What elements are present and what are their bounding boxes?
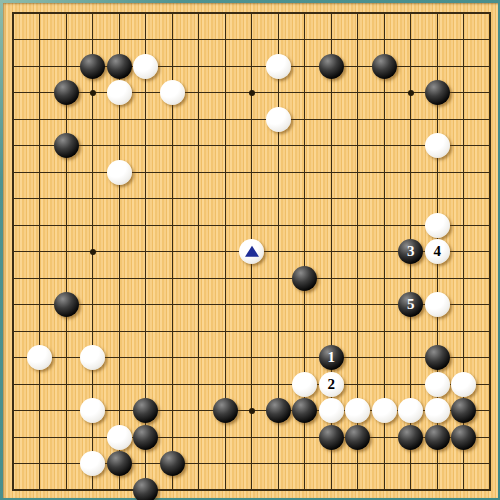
stone-black[interactable]: 5 bbox=[398, 292, 423, 317]
stone-white[interactable] bbox=[372, 398, 397, 423]
stone-black[interactable]: 1 bbox=[319, 345, 344, 370]
star-point bbox=[249, 90, 255, 96]
stone-black[interactable] bbox=[451, 398, 476, 423]
stone-white[interactable] bbox=[398, 398, 423, 423]
stone-black[interactable] bbox=[292, 398, 317, 423]
stone-white[interactable]: 4 bbox=[425, 239, 450, 264]
grid-line bbox=[12, 489, 491, 491]
stone-white[interactable] bbox=[239, 239, 264, 264]
stone-black[interactable] bbox=[133, 398, 158, 423]
stone-black[interactable] bbox=[372, 54, 397, 79]
stone-black[interactable] bbox=[398, 425, 423, 450]
stone-black[interactable] bbox=[451, 425, 476, 450]
stone-white[interactable] bbox=[319, 398, 344, 423]
stone-black[interactable] bbox=[425, 80, 450, 105]
triangle-marker-icon bbox=[245, 246, 259, 257]
move-number-label: 5 bbox=[398, 292, 423, 317]
star-point bbox=[249, 408, 255, 414]
stone-black[interactable] bbox=[54, 292, 79, 317]
stone-black[interactable] bbox=[107, 54, 132, 79]
stone-black[interactable]: 3 bbox=[398, 239, 423, 264]
stone-black[interactable] bbox=[425, 345, 450, 370]
stone-black[interactable] bbox=[54, 133, 79, 158]
move-number-label: 3 bbox=[398, 239, 423, 264]
stone-black[interactable] bbox=[213, 398, 238, 423]
stone-black[interactable] bbox=[107, 451, 132, 476]
stone-white[interactable] bbox=[266, 107, 291, 132]
stone-white[interactable] bbox=[80, 345, 105, 370]
board-frame: 34512 bbox=[0, 0, 500, 500]
stone-white[interactable] bbox=[107, 80, 132, 105]
move-number-label: 2 bbox=[319, 372, 344, 397]
grid-line bbox=[489, 12, 491, 491]
stone-white[interactable]: 2 bbox=[319, 372, 344, 397]
star-point bbox=[90, 249, 96, 255]
stone-white[interactable] bbox=[425, 398, 450, 423]
stone-white[interactable] bbox=[27, 345, 52, 370]
stone-white[interactable] bbox=[345, 398, 370, 423]
grid-line bbox=[12, 278, 491, 279]
stone-white[interactable] bbox=[80, 451, 105, 476]
stone-white[interactable] bbox=[80, 398, 105, 423]
stone-white[interactable] bbox=[107, 160, 132, 185]
grid-line bbox=[12, 384, 491, 385]
stone-black[interactable] bbox=[133, 425, 158, 450]
move-number-label: 1 bbox=[319, 345, 344, 370]
stone-white[interactable] bbox=[292, 372, 317, 397]
stone-white[interactable] bbox=[133, 54, 158, 79]
stone-black[interactable] bbox=[425, 425, 450, 450]
stone-black[interactable] bbox=[54, 80, 79, 105]
stone-black[interactable] bbox=[345, 425, 370, 450]
star-point bbox=[408, 90, 414, 96]
stone-black[interactable] bbox=[266, 398, 291, 423]
stone-white[interactable] bbox=[266, 54, 291, 79]
stone-white[interactable] bbox=[107, 425, 132, 450]
move-number-label: 4 bbox=[425, 239, 450, 264]
stone-white[interactable] bbox=[160, 80, 185, 105]
stone-white[interactable] bbox=[425, 133, 450, 158]
star-point bbox=[90, 90, 96, 96]
stone-black[interactable] bbox=[292, 266, 317, 291]
stone-white[interactable] bbox=[451, 372, 476, 397]
go-board[interactable]: 34512 bbox=[3, 3, 498, 498]
grid-line bbox=[12, 331, 491, 332]
stone-black[interactable] bbox=[160, 451, 185, 476]
stone-black[interactable] bbox=[80, 54, 105, 79]
stone-black[interactable] bbox=[319, 425, 344, 450]
stone-white[interactable] bbox=[425, 213, 450, 238]
stone-white[interactable] bbox=[425, 292, 450, 317]
stone-white[interactable] bbox=[425, 372, 450, 397]
stone-black[interactable] bbox=[133, 478, 158, 500]
stone-black[interactable] bbox=[319, 54, 344, 79]
